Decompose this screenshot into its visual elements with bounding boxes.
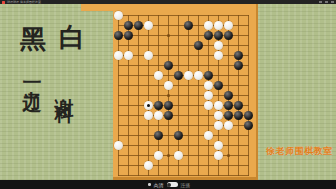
white-stone: [214, 111, 223, 120]
black-stone: [244, 111, 253, 120]
black-stone: [204, 71, 213, 80]
white-stone: [144, 161, 153, 170]
white-stone: [224, 21, 233, 30]
black-stone: [194, 41, 203, 50]
black-stone: [174, 131, 183, 140]
white-stone: [154, 111, 163, 120]
channel-caption: 徐老师围棋教室: [266, 145, 333, 158]
quality-label[interactable]: 高清: [154, 182, 164, 188]
black-stone: [224, 101, 233, 110]
white-stone: [124, 51, 133, 60]
black-stone: [244, 121, 253, 130]
white-stone: [214, 101, 223, 110]
board-top-margin: [81, 4, 113, 11]
white-stone: [204, 81, 213, 90]
white-stone: [204, 91, 213, 100]
white-player-name: 谢科: [55, 83, 74, 95]
status-dot-icon: [148, 183, 151, 186]
autoplay-label[interactable]: 连播: [181, 182, 191, 188]
star-point: [167, 94, 170, 97]
black-stone: [134, 21, 143, 30]
star-point: [167, 154, 170, 157]
player-control-bar: 高清 连播: [0, 180, 336, 189]
white-stone: [144, 51, 153, 60]
white-stone: [164, 81, 173, 90]
white-stone: [214, 51, 223, 60]
video-player-window: 哔哩哔哩 徐老师围棋教室 黑 一力辽 白 谢科 徐老师围棋教室 高清: [0, 0, 336, 189]
toggle-knob: [167, 183, 171, 187]
black-stone: [154, 101, 163, 110]
star-point: [227, 154, 230, 157]
white-stone: [214, 141, 223, 150]
black-stone: [234, 61, 243, 70]
window-controls[interactable]: [319, 1, 334, 3]
black-stone: [224, 111, 233, 120]
black-stone: [234, 51, 243, 60]
black-stone: [164, 101, 173, 110]
player-controls: 高清 连播: [148, 182, 191, 188]
black-stone: [164, 111, 173, 120]
autoplay-toggle[interactable]: [167, 182, 178, 187]
white-stone: [214, 21, 223, 30]
go-board: [113, 4, 258, 180]
white-stone: [114, 11, 123, 20]
black-stone: [154, 131, 163, 140]
minimize-icon[interactable]: [319, 1, 322, 3]
white-stone: [184, 71, 193, 80]
white-stone: [144, 21, 153, 30]
white-stone: [144, 111, 153, 120]
white-stone: [204, 21, 213, 30]
white-stone: [204, 101, 213, 110]
black-stone: [234, 101, 243, 110]
video-content: 黑 一力辽 白 谢科 徐老师围棋教室: [0, 4, 336, 180]
players-panel: 黑 一力辽 白 谢科: [0, 4, 113, 180]
star-point: [167, 34, 170, 37]
white-stone: [174, 151, 183, 160]
black-stone: [164, 61, 173, 70]
white-stone: [214, 41, 223, 50]
black-player-name: 一力辽: [23, 72, 42, 81]
black-stone: [124, 31, 133, 40]
white-stone: [114, 51, 123, 60]
white-label: 白: [59, 24, 85, 50]
close-icon[interactable]: [331, 1, 334, 3]
black-stone: [124, 21, 133, 30]
white-stone: [224, 121, 233, 130]
white-stone: [214, 121, 223, 130]
white-stone: [214, 151, 223, 160]
white-stone: [114, 141, 123, 150]
white-stone: [194, 71, 203, 80]
last-move-marker: [147, 104, 150, 107]
black-stone: [204, 31, 213, 40]
black-stone: [224, 91, 233, 100]
black-stone: [174, 71, 183, 80]
white-stone: [154, 151, 163, 160]
black-stone: [184, 21, 193, 30]
black-stone: [214, 31, 223, 40]
white-stone: [144, 101, 153, 110]
black-stone: [114, 31, 123, 40]
black-label: 黑: [20, 26, 46, 52]
white-stone: [204, 131, 213, 140]
black-stone: [224, 31, 233, 40]
black-stone: [214, 81, 223, 90]
maximize-icon[interactable]: [325, 1, 328, 3]
channel-panel: 徐老师围棋教室: [258, 4, 336, 180]
black-stone: [234, 111, 243, 120]
white-stone: [154, 71, 163, 80]
